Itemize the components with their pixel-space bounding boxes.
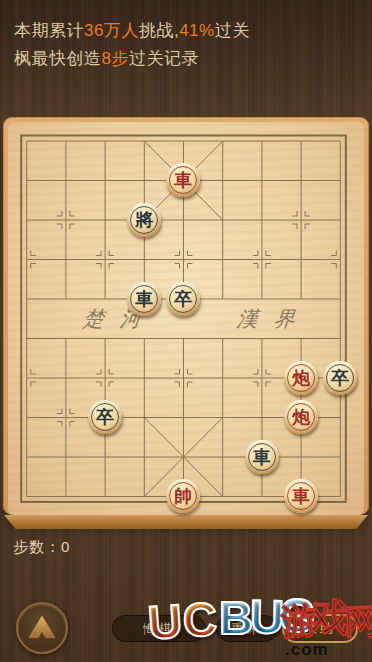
piece-glyph: 將 [127,202,161,236]
chevron-up-icon [28,616,56,639]
piece-black-chariot-g9[interactable]: 車 [245,440,279,474]
pieces-layer: 車將車卒炮卒卒炮車帥車 [7,121,360,516]
piece-red-general-e10[interactable]: 帥 [166,479,200,513]
piece-glyph: 炮 [284,400,318,434]
piece-black-chariot-d5[interactable]: 車 [127,282,161,316]
piece-glyph: 帥 [166,479,200,513]
stat-text: 过关 [215,21,250,40]
stat-text: 挑战, [139,21,179,40]
watermark-dotcom: .com [285,640,329,660]
piece-red-cannon-h7[interactable]: 炮 [284,361,318,395]
piece-black-soldier-i7[interactable]: 卒 [323,361,357,395]
stat-text: 枫最快创造 [14,49,102,68]
piece-glyph: 車 [284,479,318,513]
stat-highlight: 36万人 [84,21,139,40]
restart-button-label: 重来 [231,620,263,638]
piece-glyph: 卒 [88,400,122,434]
piece-glyph: 卒 [166,281,200,315]
step-counter-label: 步数 [13,538,45,555]
app-screen: 本期累计36万人挑战,41%过关 枫最快创造8步过关记录 楚河 漢界 車將車卒炮… [0,0,372,662]
help-button[interactable]: 求助 [282,614,358,643]
stat-highlight: 41% [179,21,215,40]
piece-black-soldier-e5[interactable]: 卒 [166,282,200,316]
piece-glyph: 車 [166,163,200,197]
expand-menu-button[interactable] [16,602,68,654]
piece-red-chariot-e2[interactable]: 車 [166,163,200,197]
piece-glyph: 卒 [323,360,357,394]
undo-button-label: 悔棋 [143,620,175,638]
piece-red-chariot-h10[interactable]: 車 [284,479,318,513]
step-counter-value: 0 [61,538,70,555]
stat-highlight: 8步 [102,49,129,68]
board-front-edge [4,515,368,529]
piece-glyph: 車 [245,439,279,473]
piece-glyph: 炮 [284,360,318,394]
piece-red-cannon-h8[interactable]: 炮 [284,400,318,434]
undo-button[interactable]: 悔棋 [112,615,206,642]
piece-black-soldier-c8[interactable]: 卒 [88,400,122,434]
step-counter: 步数：0 [13,538,70,557]
stat-text: 本期累计 [14,21,84,40]
piece-glyph: 車 [127,281,161,315]
stat-text: 过关记录 [129,49,199,68]
piece-black-general-d3[interactable]: 將 [127,203,161,237]
help-button-label: 求助 [304,620,336,638]
record-line: 枫最快创造8步过关记录 [14,47,199,70]
challenge-stats-line: 本期累计36万人挑战,41%过关 [14,19,250,42]
restart-button[interactable]: 重来 [216,615,278,642]
